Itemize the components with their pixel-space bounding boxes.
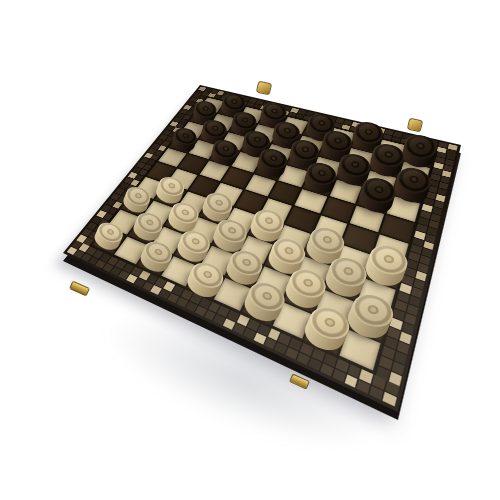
photo-canvas bbox=[0, 0, 500, 500]
hinge-icon bbox=[407, 118, 423, 133]
hinge-icon bbox=[256, 81, 272, 96]
